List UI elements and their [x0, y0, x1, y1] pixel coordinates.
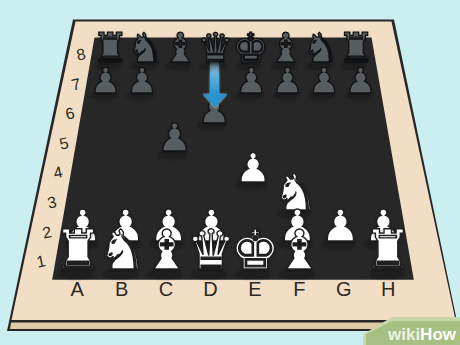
black-pawn-g7: ♟ [308, 63, 340, 98]
watermark-wiki: wiki [388, 325, 420, 344]
black-pawn-f7: ♟ [272, 63, 304, 98]
white-queen-d1: ♛ [186, 223, 235, 278]
white-king-e1: ♚ [230, 223, 279, 278]
white-rook-h1: ♜ [363, 223, 412, 278]
white-knight-b1: ♞ [98, 223, 147, 278]
white-bishop-c1: ♝ [142, 223, 191, 278]
move-arrow [203, 62, 227, 108]
file-label-G: G [336, 278, 352, 301]
black-pawn-e7: ♟ [235, 63, 267, 98]
white-rook-a1: ♜ [53, 223, 102, 278]
arrow-down-icon [203, 94, 227, 108]
black-pawn-b7: ♟ [126, 63, 158, 98]
wikihow-watermark: wikiHow [363, 317, 460, 345]
chess-illustration: 87654321ABCDEFGH ♜♞♝♛♚♝♞♜♟♟♟♟♟♟♟♟♟♞♟♟♟♟♟… [0, 0, 460, 345]
watermark-text: wikiHow [388, 326, 456, 343]
white-bishop-f1: ♝ [275, 223, 324, 278]
black-pawn-c5: ♟ [157, 119, 192, 158]
black-bishop-c8: ♝ [162, 29, 198, 70]
arrow-shaft [210, 62, 219, 94]
black-pawn-a7: ♟ [90, 63, 122, 98]
watermark-how: How [420, 325, 456, 344]
white-pawn-e4: ♟ [235, 147, 271, 187]
black-pawn-h7: ♟ [345, 63, 377, 98]
white-pawn-g2: ♟ [321, 204, 360, 248]
